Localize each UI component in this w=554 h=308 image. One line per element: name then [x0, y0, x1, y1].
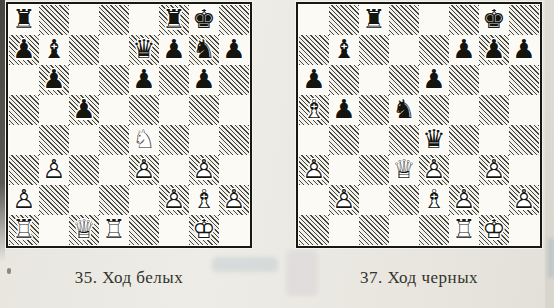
square-e5 [419, 95, 449, 125]
square-e4: ♛♛ [419, 125, 449, 155]
square-e2 [129, 185, 159, 215]
square-h5 [509, 95, 539, 125]
square-e5 [129, 95, 159, 125]
square-b1 [329, 215, 359, 245]
square-b4 [329, 125, 359, 155]
square-b6: ♟♟ [39, 65, 69, 95]
piece-glyph: ♙ [129, 155, 159, 185]
piece-black-bishop: ♝♝ [329, 35, 359, 65]
square-f1: ♜♖ [449, 215, 479, 245]
piece-glyph: ♕ [69, 215, 99, 245]
piece-glyph: ♜ [9, 5, 39, 35]
piece-glyph: ♟ [509, 35, 539, 65]
piece-white-pawn: ♟♙ [449, 185, 479, 215]
square-h1 [509, 215, 539, 245]
square-f7: ♟♟ [449, 35, 479, 65]
piece-glyph: ♟ [299, 65, 329, 95]
square-f7: ♟♟ [159, 35, 189, 65]
square-d7 [389, 35, 419, 65]
square-d2 [99, 185, 129, 215]
piece-black-bishop: ♝♝ [39, 35, 69, 65]
square-e8 [419, 5, 449, 35]
square-b2: ♟♙ [329, 185, 359, 215]
piece-black-king: ♚♚ [189, 5, 219, 35]
square-h2: ♟♙ [219, 185, 249, 215]
square-e7 [419, 35, 449, 65]
piece-black-pawn: ♟♟ [189, 65, 219, 95]
square-a4 [9, 125, 39, 155]
piece-glyph: ♟ [39, 65, 69, 95]
square-c6 [359, 65, 389, 95]
piece-white-bishop: ♝♗ [189, 185, 219, 215]
piece-glyph: ♔ [479, 215, 509, 245]
piece-black-pawn: ♟♟ [479, 35, 509, 65]
piece-black-queen: ♛♛ [129, 35, 159, 65]
square-h8 [219, 5, 249, 35]
chess-board-37: ♜♜♚♚♝♝♟♟♟♟♟♟♟♟♟♟♝♗♟♟♞♞♛♛♟♙♛♕♟♙♟♙♟♙♝♗♟♙♟♙… [296, 2, 542, 248]
piece-white-pawn: ♟♙ [219, 185, 249, 215]
square-g8: ♚♚ [479, 5, 509, 35]
piece-white-pawn: ♟♙ [39, 155, 69, 185]
square-g1: ♚♔ [479, 215, 509, 245]
square-b6 [329, 65, 359, 95]
square-a7: ♟♟ [9, 35, 39, 65]
square-h3 [509, 155, 539, 185]
piece-black-pawn: ♟♟ [129, 65, 159, 95]
piece-black-rook: ♜♜ [159, 5, 189, 35]
square-h4 [509, 125, 539, 155]
square-d5: ♞♞ [389, 95, 419, 125]
square-c3 [359, 155, 389, 185]
piece-glyph: ♙ [329, 185, 359, 215]
square-b5: ♟♟ [329, 95, 359, 125]
piece-glyph: ♗ [299, 95, 329, 125]
square-c7 [359, 35, 389, 65]
square-a6 [9, 65, 39, 95]
piece-black-knight: ♞♞ [389, 95, 419, 125]
piece-glyph: ♟ [329, 95, 359, 125]
square-g4 [189, 125, 219, 155]
square-g7: ♟♟ [479, 35, 509, 65]
piece-glyph: ♚ [479, 5, 509, 35]
square-b3: ♟♙ [39, 155, 69, 185]
square-f5 [449, 95, 479, 125]
square-g2 [479, 185, 509, 215]
square-a3: ♟♙ [299, 155, 329, 185]
square-f4 [449, 125, 479, 155]
piece-white-pawn: ♟♙ [479, 155, 509, 185]
piece-white-bishop: ♝♗ [299, 95, 329, 125]
square-f8: ♜♜ [159, 5, 189, 35]
piece-black-queen: ♛♛ [419, 125, 449, 155]
piece-white-pawn: ♟♙ [159, 185, 189, 215]
square-f1 [159, 215, 189, 245]
square-a2: ♟♙ [9, 185, 39, 215]
square-a3 [9, 155, 39, 185]
piece-glyph: ♙ [479, 155, 509, 185]
square-f5 [159, 95, 189, 125]
print-bleedthrough [548, 238, 554, 278]
square-g5 [479, 95, 509, 125]
square-e1 [419, 215, 449, 245]
square-b4 [39, 125, 69, 155]
diagram-37: ♜♜♚♚♝♝♟♟♟♟♟♟♟♟♟♟♝♗♟♟♞♞♛♛♟♙♛♕♟♙♟♙♟♙♝♗♟♙♟♙… [296, 0, 542, 308]
square-e3: ♟♙ [419, 155, 449, 185]
piece-white-pawn: ♟♙ [9, 185, 39, 215]
square-g5 [189, 95, 219, 125]
piece-glyph: ♟ [419, 65, 449, 95]
square-c4 [359, 125, 389, 155]
piece-white-king: ♚♔ [479, 215, 509, 245]
piece-glyph: ♟ [159, 35, 189, 65]
piece-glyph: ♙ [39, 155, 69, 185]
piece-glyph: ♟ [69, 95, 99, 125]
piece-black-king: ♚♚ [479, 5, 509, 35]
square-e6: ♟♟ [129, 65, 159, 95]
square-c4 [69, 125, 99, 155]
piece-glyph: ♔ [189, 215, 219, 245]
square-e4: ♞♘ [129, 125, 159, 155]
square-d7 [99, 35, 129, 65]
square-g6: ♟♟ [189, 65, 219, 95]
square-h3 [219, 155, 249, 185]
piece-black-pawn: ♟♟ [219, 35, 249, 65]
square-d5 [99, 95, 129, 125]
chess-grid-37: ♜♜♚♚♝♝♟♟♟♟♟♟♟♟♟♟♝♗♟♟♞♞♛♛♟♙♛♕♟♙♟♙♟♙♝♗♟♙♟♙… [299, 5, 539, 245]
square-c3 [69, 155, 99, 185]
piece-white-bishop: ♝♗ [419, 185, 449, 215]
piece-glyph: ♙ [299, 155, 329, 185]
square-h1 [219, 215, 249, 245]
piece-glyph: ♟ [129, 65, 159, 95]
piece-glyph: ♚ [189, 5, 219, 35]
piece-black-pawn: ♟♟ [39, 65, 69, 95]
square-e8 [129, 5, 159, 35]
square-d8 [389, 5, 419, 35]
square-c1: ♛♕ [69, 215, 99, 245]
piece-glyph: ♙ [219, 185, 249, 215]
square-b3 [329, 155, 359, 185]
piece-black-pawn: ♟♟ [449, 35, 479, 65]
square-d6 [99, 65, 129, 95]
piece-glyph: ♟ [449, 35, 479, 65]
piece-glyph: ♗ [419, 185, 449, 215]
square-h6 [219, 65, 249, 95]
piece-glyph: ♝ [329, 35, 359, 65]
square-d6 [389, 65, 419, 95]
chess-grid-35: ♜♜♜♜♚♚♟♟♝♝♛♛♟♟♞♞♟♟♟♟♟♟♟♟♟♟♞♘♟♙♟♙♟♙♟♙♟♙♝♗… [9, 5, 249, 245]
square-g3: ♟♙ [479, 155, 509, 185]
square-h7: ♟♟ [509, 35, 539, 65]
square-d4 [389, 125, 419, 155]
piece-black-pawn: ♟♟ [9, 35, 39, 65]
piece-white-pawn: ♟♙ [129, 155, 159, 185]
piece-white-pawn: ♟♙ [329, 185, 359, 215]
square-c1 [359, 215, 389, 245]
square-c2 [69, 185, 99, 215]
diagram-35: ♜♜♜♜♚♚♟♟♝♝♛♛♟♟♞♞♟♟♟♟♟♟♟♟♟♟♞♘♟♙♟♙♟♙♟♙♟♙♝♗… [6, 0, 252, 308]
square-a1: ♜♖ [9, 215, 39, 245]
square-b7: ♝♝ [329, 35, 359, 65]
square-c7 [69, 35, 99, 65]
piece-glyph: ♙ [509, 185, 539, 215]
piece-glyph: ♟ [189, 65, 219, 95]
piece-glyph: ♙ [449, 185, 479, 215]
piece-glyph: ♞ [189, 35, 219, 65]
piece-black-pawn: ♟♟ [299, 65, 329, 95]
square-c5: ♟♟ [69, 95, 99, 125]
piece-glyph: ♝ [39, 35, 69, 65]
piece-white-rook: ♜♖ [449, 215, 479, 245]
piece-glyph: ♟ [9, 35, 39, 65]
piece-glyph: ♖ [449, 215, 479, 245]
piece-black-pawn: ♟♟ [69, 95, 99, 125]
piece-white-pawn: ♟♙ [189, 155, 219, 185]
piece-glyph: ♜ [159, 5, 189, 35]
square-e1 [129, 215, 159, 245]
square-f2: ♟♙ [449, 185, 479, 215]
square-e7: ♛♛ [129, 35, 159, 65]
page-edge-shadow [0, 0, 5, 262]
piece-glyph: ♟ [219, 35, 249, 65]
square-a5: ♝♗ [299, 95, 329, 125]
square-a4 [299, 125, 329, 155]
square-a6: ♟♟ [299, 65, 329, 95]
piece-white-pawn: ♟♙ [419, 155, 449, 185]
square-b1 [39, 215, 69, 245]
piece-glyph: ♞ [389, 95, 419, 125]
piece-white-queen: ♛♕ [69, 215, 99, 245]
square-c2 [359, 185, 389, 215]
piece-white-king: ♚♔ [189, 215, 219, 245]
piece-black-pawn: ♟♟ [509, 35, 539, 65]
square-b8 [39, 5, 69, 35]
piece-white-rook: ♜♖ [99, 215, 129, 245]
piece-glyph: ♘ [129, 125, 159, 155]
piece-black-pawn: ♟♟ [419, 65, 449, 95]
piece-glyph: ♙ [189, 155, 219, 185]
piece-glyph: ♙ [159, 185, 189, 215]
square-h5 [219, 95, 249, 125]
piece-glyph: ♛ [129, 35, 159, 65]
square-c5 [359, 95, 389, 125]
square-f8 [449, 5, 479, 35]
square-b7: ♝♝ [39, 35, 69, 65]
square-h2: ♟♙ [509, 185, 539, 215]
square-d1: ♜♖ [99, 215, 129, 245]
piece-glyph: ♙ [419, 155, 449, 185]
square-f4 [159, 125, 189, 155]
square-d1 [389, 215, 419, 245]
piece-glyph: ♛ [419, 125, 449, 155]
piece-glyph: ♖ [99, 215, 129, 245]
piece-white-pawn: ♟♙ [509, 185, 539, 215]
caption-diagram-37: 37. Ход черных [296, 268, 542, 288]
square-f6 [449, 65, 479, 95]
piece-glyph: ♕ [389, 155, 419, 185]
square-g3: ♟♙ [189, 155, 219, 185]
square-c8: ♜♜ [359, 5, 389, 35]
square-f6 [159, 65, 189, 95]
square-f2: ♟♙ [159, 185, 189, 215]
square-d2 [389, 185, 419, 215]
piece-glyph: ♟ [479, 35, 509, 65]
square-g4 [479, 125, 509, 155]
square-g7: ♞♞ [189, 35, 219, 65]
piece-black-pawn: ♟♟ [159, 35, 189, 65]
square-e6: ♟♟ [419, 65, 449, 95]
book-page: ♜♜♜♜♚♚♟♟♝♝♛♛♟♟♞♞♟♟♟♟♟♟♟♟♟♟♞♘♟♙♟♙♟♙♟♙♟♙♝♗… [0, 0, 554, 308]
square-a7 [299, 35, 329, 65]
piece-glyph: ♜ [359, 5, 389, 35]
square-d3: ♛♕ [389, 155, 419, 185]
caption-diagram-35: 35. Ход белых [6, 268, 252, 288]
square-b2 [39, 185, 69, 215]
square-b5 [39, 95, 69, 125]
piece-glyph: ♖ [9, 215, 39, 245]
square-g1: ♚♔ [189, 215, 219, 245]
piece-glyph: ♗ [189, 185, 219, 215]
piece-white-knight: ♞♘ [129, 125, 159, 155]
square-e2: ♝♗ [419, 185, 449, 215]
piece-black-pawn: ♟♟ [329, 95, 359, 125]
square-e3: ♟♙ [129, 155, 159, 185]
chess-board-35: ♜♜♜♜♚♚♟♟♝♝♛♛♟♟♞♞♟♟♟♟♟♟♟♟♟♟♞♘♟♙♟♙♟♙♟♙♟♙♝♗… [6, 2, 252, 248]
piece-white-queen: ♛♕ [389, 155, 419, 185]
square-h8 [509, 5, 539, 35]
square-d8 [99, 5, 129, 35]
square-f3 [449, 155, 479, 185]
square-d4 [99, 125, 129, 155]
piece-glyph: ♙ [9, 185, 39, 215]
piece-black-rook: ♜♜ [9, 5, 39, 35]
square-a8: ♜♜ [9, 5, 39, 35]
square-c6 [69, 65, 99, 95]
piece-white-rook: ♜♖ [9, 215, 39, 245]
piece-black-knight: ♞♞ [189, 35, 219, 65]
square-g8: ♚♚ [189, 5, 219, 35]
square-h4 [219, 125, 249, 155]
square-c8 [69, 5, 99, 35]
square-g6 [479, 65, 509, 95]
square-a2 [299, 185, 329, 215]
square-a5 [9, 95, 39, 125]
square-a8 [299, 5, 329, 35]
piece-black-rook: ♜♜ [359, 5, 389, 35]
piece-white-pawn: ♟♙ [299, 155, 329, 185]
square-h7: ♟♟ [219, 35, 249, 65]
square-h6 [509, 65, 539, 95]
square-b8 [329, 5, 359, 35]
square-a1 [299, 215, 329, 245]
square-d3 [99, 155, 129, 185]
square-g2: ♝♗ [189, 185, 219, 215]
square-f3 [159, 155, 189, 185]
